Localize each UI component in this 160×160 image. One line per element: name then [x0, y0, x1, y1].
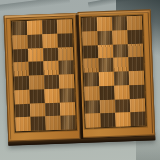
square-f8[interactable] — [97, 17, 112, 31]
square-h4[interactable] — [129, 71, 144, 85]
square-h8[interactable] — [127, 16, 142, 30]
square-e6[interactable] — [83, 45, 98, 59]
square-c6[interactable] — [43, 47, 58, 61]
square-g2[interactable] — [115, 99, 130, 113]
square-a5[interactable] — [13, 62, 28, 76]
square-a6[interactable] — [13, 48, 28, 62]
board-right-grid — [81, 15, 147, 129]
square-d3[interactable] — [59, 88, 74, 102]
table-surface — [0, 0, 160, 160]
square-a3[interactable] — [14, 90, 29, 104]
square-a8[interactable] — [12, 21, 27, 35]
square-a7[interactable] — [12, 35, 27, 49]
square-f4[interactable] — [99, 72, 114, 86]
square-d4[interactable] — [59, 74, 74, 88]
square-c8[interactable] — [42, 20, 57, 34]
square-f1[interactable] — [100, 113, 115, 127]
square-e5[interactable] — [83, 59, 98, 73]
square-a4[interactable] — [14, 76, 29, 90]
square-e7[interactable] — [82, 31, 97, 45]
square-g4[interactable] — [114, 71, 129, 85]
chess-board — [4, 10, 156, 145]
square-b6[interactable] — [28, 48, 43, 62]
square-g8[interactable] — [112, 16, 127, 30]
square-f2[interactable] — [100, 99, 115, 113]
square-h7[interactable] — [127, 29, 142, 43]
square-e3[interactable] — [84, 86, 99, 100]
square-d5[interactable] — [58, 60, 73, 74]
square-b5[interactable] — [28, 62, 43, 76]
square-e4[interactable] — [84, 72, 99, 86]
square-d8[interactable] — [57, 19, 72, 33]
square-h1[interactable] — [130, 112, 145, 126]
square-g1[interactable] — [115, 112, 130, 126]
square-a1[interactable] — [15, 117, 30, 131]
square-e8[interactable] — [82, 17, 97, 31]
square-c2[interactable] — [45, 102, 60, 116]
square-g6[interactable] — [113, 44, 128, 58]
square-e2[interactable] — [85, 100, 100, 114]
square-b4[interactable] — [29, 75, 44, 89]
square-b2[interactable] — [30, 103, 45, 117]
square-h5[interactable] — [128, 57, 143, 71]
square-c7[interactable] — [42, 34, 57, 48]
square-h6[interactable] — [128, 43, 143, 57]
square-d2[interactable] — [60, 102, 75, 116]
board-left-half — [4, 13, 81, 142]
square-d7[interactable] — [57, 33, 72, 47]
square-b1[interactable] — [30, 117, 45, 131]
square-f6[interactable] — [98, 44, 113, 58]
square-g5[interactable] — [113, 57, 128, 71]
board-left-grid — [11, 18, 77, 132]
square-b8[interactable] — [27, 20, 42, 34]
square-c3[interactable] — [44, 88, 59, 102]
square-e1[interactable] — [85, 114, 100, 128]
square-h3[interactable] — [129, 84, 144, 98]
square-c4[interactable] — [44, 75, 59, 89]
square-b3[interactable] — [29, 89, 44, 103]
square-a2[interactable] — [15, 103, 30, 117]
square-f7[interactable] — [97, 31, 112, 45]
square-g7[interactable] — [112, 30, 127, 44]
square-f5[interactable] — [98, 58, 113, 72]
square-c5[interactable] — [43, 61, 58, 75]
square-h2[interactable] — [130, 98, 145, 112]
fabric-fold-line — [0, 0, 70, 13]
square-c1[interactable] — [45, 116, 60, 130]
square-g3[interactable] — [114, 85, 129, 99]
square-b7[interactable] — [27, 34, 42, 48]
square-d6[interactable] — [58, 47, 73, 61]
square-d1[interactable] — [60, 115, 75, 129]
square-f3[interactable] — [99, 85, 114, 99]
board-right-half — [78, 9, 156, 138]
